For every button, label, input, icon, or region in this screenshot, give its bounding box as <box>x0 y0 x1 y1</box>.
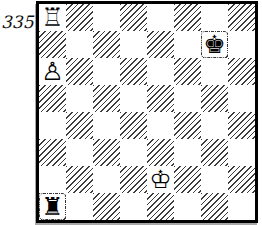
square-d1 <box>120 193 147 220</box>
square-e5 <box>147 85 174 112</box>
square-b1 <box>66 193 93 220</box>
white-rook: ♖ <box>41 5 63 30</box>
square-d8 <box>120 4 147 31</box>
square-b4 <box>66 112 93 139</box>
square-c1 <box>93 193 120 220</box>
square-h6 <box>228 58 255 85</box>
square-f6 <box>174 58 201 85</box>
square-b8 <box>66 4 93 31</box>
square-c5 <box>93 85 120 112</box>
square-c6 <box>93 58 120 85</box>
chess-board: ♖♚♙♔♜ <box>36 1 258 223</box>
square-h5 <box>228 85 255 112</box>
square-f1 <box>174 193 201 220</box>
square-d4 <box>120 112 147 139</box>
square-a8: ♖ <box>39 4 66 31</box>
black-king: ♚ <box>202 32 226 57</box>
square-h1 <box>228 193 255 220</box>
square-c8 <box>93 4 120 31</box>
square-a7 <box>39 31 66 58</box>
square-h2 <box>228 166 255 193</box>
square-d2 <box>120 166 147 193</box>
diagram-page: 335 ♖♚♙♔♜ <box>0 0 262 225</box>
square-e3 <box>147 139 174 166</box>
square-f3 <box>174 139 201 166</box>
square-a3 <box>39 139 66 166</box>
square-f2 <box>174 166 201 193</box>
square-c4 <box>93 112 120 139</box>
square-e6 <box>147 58 174 85</box>
white-king: ♔ <box>149 167 171 192</box>
diagram-number: 335 <box>1 12 33 32</box>
square-b6 <box>66 58 93 85</box>
square-d7 <box>120 31 147 58</box>
square-g5 <box>201 85 228 112</box>
square-a2 <box>39 166 66 193</box>
square-f8 <box>174 4 201 31</box>
square-a4 <box>39 112 66 139</box>
square-g6 <box>201 58 228 85</box>
square-h8 <box>228 4 255 31</box>
white-pawn: ♙ <box>41 59 63 84</box>
square-h4 <box>228 112 255 139</box>
square-b2 <box>66 166 93 193</box>
square-a5 <box>39 85 66 112</box>
square-e2: ♔ <box>147 166 174 193</box>
square-c3 <box>93 139 120 166</box>
square-g4 <box>201 112 228 139</box>
square-d3 <box>120 139 147 166</box>
square-a6: ♙ <box>39 58 66 85</box>
black-rook: ♜ <box>40 194 64 219</box>
square-g7: ♚ <box>201 31 228 58</box>
square-f4 <box>174 112 201 139</box>
square-a1: ♜ <box>39 193 66 220</box>
square-c2 <box>93 166 120 193</box>
square-h3 <box>228 139 255 166</box>
square-f5 <box>174 85 201 112</box>
square-e1 <box>147 193 174 220</box>
square-h7 <box>228 31 255 58</box>
square-d5 <box>120 85 147 112</box>
square-g2 <box>201 166 228 193</box>
square-g3 <box>201 139 228 166</box>
square-e7 <box>147 31 174 58</box>
square-g8 <box>201 4 228 31</box>
square-c7 <box>93 31 120 58</box>
square-e8 <box>147 4 174 31</box>
square-d6 <box>120 58 147 85</box>
square-b5 <box>66 85 93 112</box>
square-e4 <box>147 112 174 139</box>
square-f7 <box>174 31 201 58</box>
square-g1 <box>201 193 228 220</box>
square-b3 <box>66 139 93 166</box>
square-b7 <box>66 31 93 58</box>
